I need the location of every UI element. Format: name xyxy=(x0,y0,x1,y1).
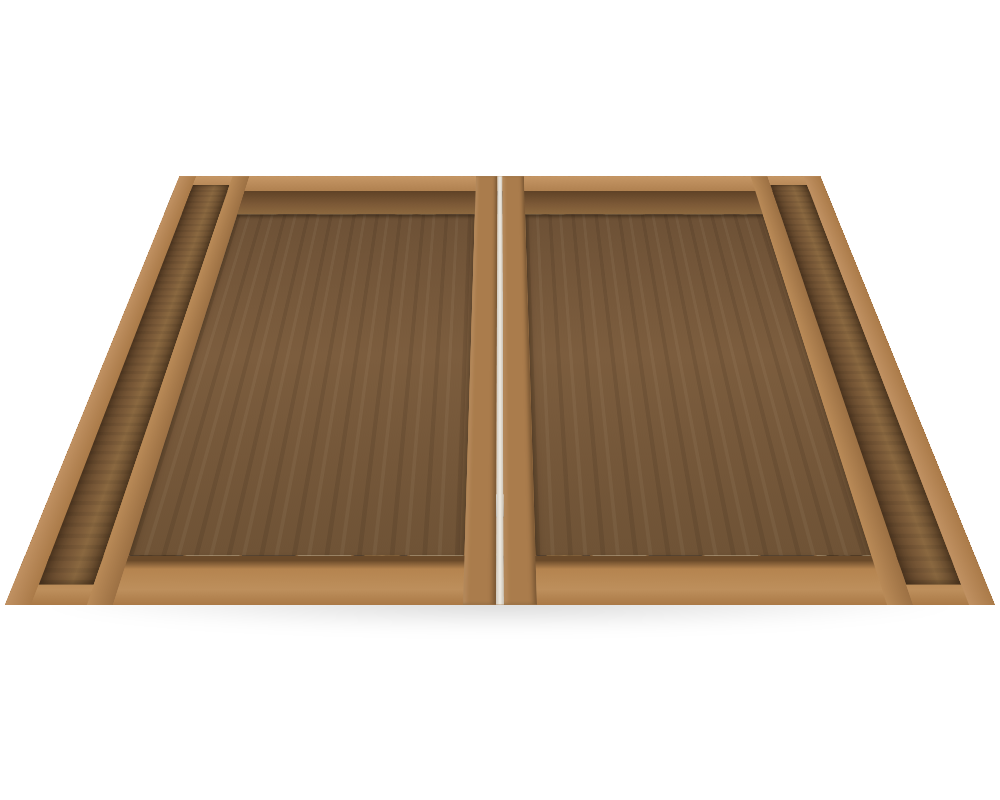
pearl-dot-2 xyxy=(808,183,817,187)
die-2 xyxy=(593,336,625,353)
checker-dark-pt19-2 xyxy=(526,233,565,254)
checker-dark-pt19-3 xyxy=(529,252,569,274)
top-clasp-knob xyxy=(492,192,507,203)
die-pip xyxy=(600,350,605,352)
photo-backdrop: 648 xyxy=(0,0,1000,800)
top-clasp xyxy=(480,193,520,202)
middle-latch-knob xyxy=(488,494,511,516)
checker-light-pt6-3 xyxy=(536,454,586,488)
middle-latch xyxy=(469,496,530,515)
die-2-body xyxy=(595,340,622,352)
dice-cup-standing xyxy=(642,285,729,342)
die-2-front-face xyxy=(595,340,622,352)
die-pip xyxy=(636,325,640,327)
checker-dark-pt19-4 xyxy=(528,273,569,296)
checker-dark-pt19-1 xyxy=(527,214,565,234)
dice-cup-standing-body xyxy=(645,284,717,341)
dice-cup-lying xyxy=(553,376,721,441)
checker-dark-pt19-5 xyxy=(529,294,571,318)
doubling-cube-side-value: 8 xyxy=(597,325,606,333)
backgammon-board: 648 xyxy=(5,176,995,605)
hinge-seam xyxy=(496,176,504,605)
doubling-cube-front-face: 8 xyxy=(583,321,619,337)
doubling-cube-body: 648 xyxy=(583,321,619,337)
doubling-cube: 648 xyxy=(580,314,623,337)
die-pip xyxy=(613,341,618,343)
die-pip xyxy=(639,318,645,319)
dice-cup-lying-body xyxy=(544,372,705,449)
